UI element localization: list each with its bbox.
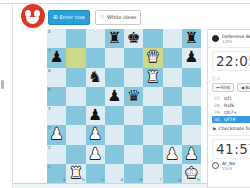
square-d4[interactable]: [105, 106, 124, 125]
top-player-rating: 1259: [222, 39, 250, 44]
square-f5[interactable]: [143, 87, 162, 106]
square-c5[interactable]: [86, 87, 105, 106]
square-f4[interactable]: [143, 106, 162, 125]
square-h3[interactable]: [182, 125, 201, 144]
square-d6[interactable]: [105, 68, 124, 87]
white-king-h1[interactable]: ♚: [182, 164, 201, 183]
rank-label: 8: [48, 30, 51, 34]
square-g7[interactable]: [163, 48, 182, 67]
result-text: Checkmate for White: [218, 126, 250, 132]
first-icon: ⏮: [216, 85, 220, 90]
back-label: Back: [245, 85, 250, 90]
bottom-clock-box: 41:57: [212, 139, 250, 159]
first-label: First: [221, 85, 230, 90]
first-move-button[interactable]: ⏮First: [212, 83, 234, 92]
flag-icon: ⚑: [212, 126, 216, 132]
chess-game-page: ⊞Enter now ♘White ideas 8♜♚♜7♟♛♟6♞♜5♟♛4♟…: [0, 0, 250, 188]
square-g1[interactable]: g: [163, 164, 182, 183]
square-d3[interactable]: [105, 125, 124, 144]
move-number: 29.: [214, 109, 224, 116]
square-b2[interactable]: [66, 145, 85, 164]
file-label: f: [160, 178, 161, 182]
move-row[interactable]: 30.Qf7#0:04: [212, 116, 250, 123]
move-row[interactable]: 27.Qf10:11: [212, 95, 250, 102]
move-nav: ⏮First ◀Back: [212, 83, 250, 92]
square-c7[interactable]: [86, 48, 105, 67]
square-h6[interactable]: [182, 68, 201, 87]
white-pawn-c2[interactable]: ♟: [86, 145, 105, 164]
square-f8[interactable]: [143, 29, 162, 48]
white-rook-f6[interactable]: ♜: [143, 68, 162, 87]
move-row[interactable]: 29.Qb7+0:03: [212, 109, 250, 116]
rank-label: 1: [48, 165, 51, 169]
square-b8[interactable]: [66, 29, 85, 48]
move-number: 30.: [214, 116, 224, 123]
black-knight-c6[interactable]: ♞: [86, 68, 105, 87]
square-h1[interactable]: h♚: [182, 164, 201, 183]
square-e8[interactable]: ♚: [124, 29, 143, 48]
black-pawn-h7[interactable]: ♟: [182, 48, 201, 67]
rank-label: 2: [48, 146, 51, 150]
move-list: 27.Qf10:1128.Rxf64:0129.Qb7+0:0330.Qf7#0…: [212, 95, 250, 123]
square-a7[interactable]: 7♟: [47, 48, 66, 67]
square-g2[interactable]: ♟: [163, 145, 182, 164]
white-ideas-label: White ideas: [107, 14, 136, 20]
divider: [208, 47, 250, 48]
black-player-icon: [212, 35, 219, 42]
result-banner: ⚑ Checkmate for White: [212, 126, 250, 132]
square-e3[interactable]: [124, 125, 143, 144]
bottom-player-rating: 1009: [222, 166, 235, 171]
square-a3[interactable]: 3♟: [47, 125, 66, 144]
rank-label: 5: [48, 88, 51, 92]
square-f3[interactable]: [143, 125, 162, 144]
black-king-e8[interactable]: ♚: [124, 29, 143, 48]
square-h2[interactable]: ♟: [182, 145, 201, 164]
black-pawn-c4[interactable]: ♟: [86, 106, 105, 125]
square-g8[interactable]: [163, 29, 182, 48]
move-san: Qb7+: [224, 109, 250, 116]
square-h5[interactable]: [182, 87, 201, 106]
square-d2[interactable]: [105, 145, 124, 164]
enter-now-button[interactable]: ⊞Enter now: [48, 10, 90, 25]
square-c6[interactable]: ♞: [86, 68, 105, 87]
top-clock-box: 22:05: [212, 51, 250, 71]
divider: [208, 135, 250, 136]
square-a5[interactable]: 5: [47, 87, 66, 106]
square-d7[interactable]: [105, 48, 124, 67]
panel-handle[interactable]: [1, 80, 4, 89]
square-e7[interactable]: [124, 48, 143, 67]
square-f7[interactable]: ♛: [143, 48, 162, 67]
square-g5[interactable]: [163, 87, 182, 106]
black-queen-e5[interactable]: ♛: [124, 87, 143, 106]
back-icon: ◀: [241, 85, 244, 90]
black-pawn-d5[interactable]: ♟: [105, 87, 124, 106]
square-g6[interactable]: [163, 68, 182, 87]
square-f6[interactable]: ♜: [143, 68, 162, 87]
white-pawn-g2[interactable]: ♟: [163, 145, 182, 164]
file-label: e: [140, 178, 142, 182]
square-h8[interactable]: ♜: [182, 29, 201, 48]
square-c1[interactable]: c: [86, 164, 105, 183]
square-c3[interactable]: ♟: [86, 125, 105, 144]
square-b4[interactable]: [66, 106, 85, 125]
square-g3[interactable]: [163, 125, 182, 144]
square-e2[interactable]: [124, 145, 143, 164]
square-a6[interactable]: 6: [47, 68, 66, 87]
move-row[interactable]: 28.Rxf64:01: [212, 102, 250, 109]
black-rook-h8[interactable]: ♜: [182, 29, 201, 48]
file-label: d: [120, 178, 123, 182]
square-g4[interactable]: [163, 106, 182, 125]
square-e6[interactable]: [124, 68, 143, 87]
move-number: 27.: [214, 95, 224, 102]
move-san: Rxf6: [224, 102, 250, 109]
white-player-icon: [212, 162, 219, 169]
site-logo-icon[interactable]: [21, 4, 45, 28]
square-b6[interactable]: [66, 68, 85, 87]
move-number: 28.: [214, 102, 224, 109]
white-pawn-a3[interactable]: ♟: [47, 125, 66, 144]
square-d5[interactable]: ♟: [105, 87, 124, 106]
square-h4[interactable]: [182, 106, 201, 125]
square-b1[interactable]: b♜: [66, 164, 85, 183]
bottom-clock: 41:57: [216, 141, 250, 157]
square-e1[interactable]: e: [124, 164, 143, 183]
square-c2[interactable]: ♟: [86, 145, 105, 164]
square-a1[interactable]: 1a: [47, 164, 66, 183]
square-c4[interactable]: ♟: [86, 106, 105, 125]
white-pawn-c3[interactable]: ♟: [86, 125, 105, 144]
back-move-button[interactable]: ◀Back: [237, 83, 250, 92]
square-b7[interactable]: [66, 48, 85, 67]
black-pawn-a7[interactable]: ♟: [47, 48, 66, 67]
history-icon: ⟨⟩ 2: [212, 76, 250, 81]
move-san: Qf7#: [224, 116, 250, 123]
white-rook-b1[interactable]: ♜: [66, 164, 85, 183]
square-f1[interactable]: f: [143, 164, 162, 183]
file-label: g: [178, 178, 181, 182]
knight-icon: ♘: [100, 11, 105, 24]
top-clock: 22:05: [216, 53, 250, 69]
plus-board-icon: ⊞: [53, 11, 58, 24]
board-bottom-strip: [13, 183, 207, 188]
top-divider: [0, 3, 250, 4]
left-panel: [0, 4, 13, 188]
square-h7[interactable]: ♟: [182, 48, 201, 67]
bottom-player[interactable]: Ar_Ne 1009: [212, 161, 250, 171]
square-a8[interactable]: 8: [47, 29, 66, 48]
square-c8[interactable]: [86, 29, 105, 48]
square-e5[interactable]: ♛: [124, 87, 143, 106]
square-a2[interactable]: 2: [47, 145, 66, 164]
chess-board[interactable]: 8♜♚♜7♟♛♟6♞♜5♟♛4♟3♟♟2♟♟♟1ab♜cdefgh♚: [47, 29, 201, 183]
move-san: Qf1: [224, 95, 250, 102]
rank-label: 4: [48, 107, 51, 111]
square-b3[interactable]: [66, 125, 85, 144]
square-b5[interactable]: [66, 87, 85, 106]
file-label: a: [63, 178, 65, 182]
enter-now-label: Enter now: [60, 14, 85, 20]
white-pawn-h2[interactable]: ♟: [182, 145, 201, 164]
square-e4[interactable]: [124, 106, 143, 125]
top-player[interactable]: Defensive Betal 1259: [212, 34, 250, 44]
game-sidebar: Defensive Betal 1259 22:05 ⟨⟩ 2 ⏮First ◀…: [207, 29, 250, 188]
square-d1[interactable]: d: [105, 164, 124, 183]
rank-label: 6: [48, 69, 51, 73]
white-ideas-button[interactable]: ♘White ideas: [95, 10, 141, 25]
white-queen-f7[interactable]: ♛: [143, 48, 162, 67]
square-f2[interactable]: [143, 145, 162, 164]
file-label: c: [102, 178, 104, 182]
black-rook-d8[interactable]: ♜: [105, 29, 124, 48]
square-d8[interactable]: ♜: [105, 29, 124, 48]
square-a4[interactable]: 4: [47, 106, 66, 125]
